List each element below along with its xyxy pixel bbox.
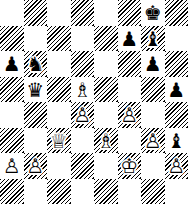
square-d6[interactable]	[71, 51, 95, 77]
square-h2[interactable]: ♟♙	[165, 153, 189, 179]
white-bishop: ♝♗	[71, 77, 95, 103]
square-f5[interactable]	[118, 77, 142, 103]
white-pawn: ♟♙	[165, 153, 189, 179]
white-queen: ♛♕	[47, 128, 71, 154]
square-c3[interactable]: ♛♕	[47, 128, 71, 154]
square-e8[interactable]	[94, 0, 118, 26]
black-pawn: ♟	[0, 51, 24, 77]
square-b3[interactable]	[24, 128, 48, 154]
square-d7[interactable]	[71, 26, 95, 52]
square-a4[interactable]	[0, 102, 24, 128]
square-e6[interactable]	[94, 51, 118, 77]
square-c7[interactable]	[47, 26, 71, 52]
square-e1[interactable]	[94, 179, 118, 205]
square-f7[interactable]: ♟	[118, 26, 142, 52]
square-b2[interactable]: ♟♙	[24, 153, 48, 179]
square-a6[interactable]: ♟	[0, 51, 24, 77]
square-g4[interactable]	[141, 102, 165, 128]
square-f1[interactable]	[118, 179, 142, 205]
square-b4[interactable]	[24, 102, 48, 128]
square-a8[interactable]	[0, 0, 24, 26]
square-g8[interactable]: ♚	[141, 0, 165, 26]
square-h1[interactable]	[165, 179, 189, 205]
square-e3[interactable]: ♝♗	[94, 128, 118, 154]
square-a3[interactable]	[0, 128, 24, 154]
square-h7[interactable]	[165, 26, 189, 52]
white-pawn: ♟♙	[24, 153, 48, 179]
square-g5[interactable]	[141, 77, 165, 103]
white-pawn: ♟♙	[141, 128, 165, 154]
square-d5[interactable]: ♝♗	[71, 77, 95, 103]
square-f2[interactable]: ♚♔	[118, 153, 142, 179]
white-pawn: ♟♙	[0, 153, 24, 179]
square-h4[interactable]	[165, 102, 189, 128]
square-b7[interactable]	[24, 26, 48, 52]
black-pawn: ♟	[141, 51, 165, 77]
square-h8[interactable]	[165, 0, 189, 26]
square-g7[interactable]: ♝	[141, 26, 165, 52]
black-queen: ♛	[24, 77, 48, 103]
square-a7[interactable]	[0, 26, 24, 52]
square-a5[interactable]	[0, 77, 24, 103]
square-e5[interactable]	[94, 77, 118, 103]
black-bishop: ♝	[141, 26, 165, 52]
square-d1[interactable]	[71, 179, 95, 205]
square-c2[interactable]	[47, 153, 71, 179]
square-c5[interactable]	[47, 77, 71, 103]
square-h5[interactable]: ♟	[165, 77, 189, 103]
square-d2[interactable]	[71, 153, 95, 179]
black-pawn: ♟	[165, 77, 189, 103]
square-e4[interactable]	[94, 102, 118, 128]
square-h6[interactable]	[165, 51, 189, 77]
square-g3[interactable]: ♟♙	[141, 128, 165, 154]
square-a1[interactable]	[0, 179, 24, 205]
chess-board: ♚♟♝♟♞♟♛♝♗♟♟♙♟♙♛♕♝♗♟♙♝♟♙♟♙♚♔♟♙	[0, 0, 188, 204]
white-king: ♚♔	[118, 153, 142, 179]
black-bishop: ♝	[165, 128, 189, 154]
square-b5[interactable]: ♛	[24, 77, 48, 103]
square-g2[interactable]	[141, 153, 165, 179]
square-c8[interactable]	[47, 0, 71, 26]
black-knight: ♞	[24, 51, 48, 77]
square-e7[interactable]	[94, 26, 118, 52]
square-f3[interactable]	[118, 128, 142, 154]
square-a2[interactable]: ♟♙	[0, 153, 24, 179]
square-g6[interactable]: ♟	[141, 51, 165, 77]
square-d4[interactable]: ♟♙	[71, 102, 95, 128]
white-pawn: ♟♙	[118, 102, 142, 128]
white-bishop: ♝♗	[94, 128, 118, 154]
black-pawn: ♟	[118, 26, 142, 52]
white-pawn: ♟♙	[71, 102, 95, 128]
square-f4[interactable]: ♟♙	[118, 102, 142, 128]
square-d3[interactable]	[71, 128, 95, 154]
square-c4[interactable]	[47, 102, 71, 128]
black-king: ♚	[141, 0, 165, 26]
square-g1[interactable]	[141, 179, 165, 205]
square-d8[interactable]	[71, 0, 95, 26]
square-b1[interactable]	[24, 179, 48, 205]
square-b8[interactable]	[24, 0, 48, 26]
square-h3[interactable]: ♝	[165, 128, 189, 154]
square-c6[interactable]	[47, 51, 71, 77]
square-f6[interactable]	[118, 51, 142, 77]
square-b6[interactable]: ♞	[24, 51, 48, 77]
square-e2[interactable]	[94, 153, 118, 179]
square-c1[interactable]	[47, 179, 71, 205]
square-f8[interactable]	[118, 0, 142, 26]
